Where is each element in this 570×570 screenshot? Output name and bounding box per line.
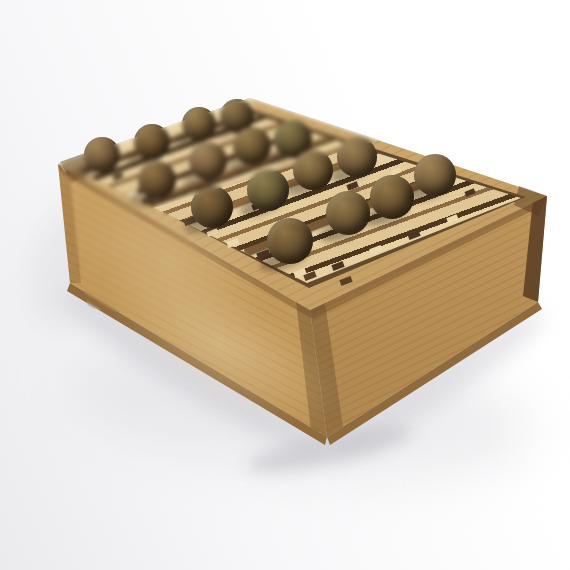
marble-r4c2[interactable] bbox=[326, 191, 370, 235]
marble-r4c1[interactable] bbox=[267, 218, 313, 264]
marble-r4c4[interactable] bbox=[414, 154, 456, 196]
photo-stage bbox=[0, 0, 570, 570]
